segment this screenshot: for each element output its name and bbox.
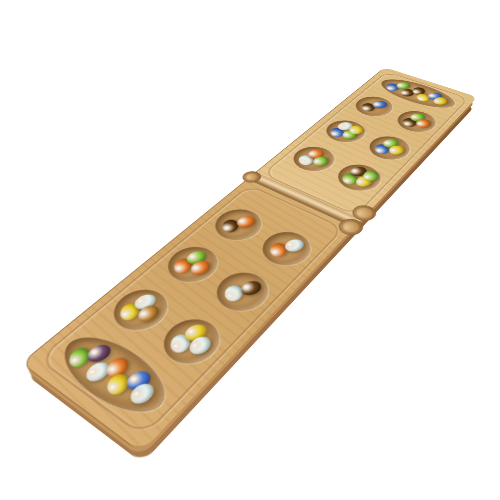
stone-clear [185,334,215,358]
stone-clear [126,381,158,409]
stone-clear [131,292,159,313]
stone-blue [123,368,154,394]
stone-orange [269,243,286,257]
stone-brown [237,279,264,299]
stone-green [66,348,91,367]
stone-orange [102,356,132,380]
stone-yellow [181,322,210,345]
pit-upper-2[interactable] [158,241,227,290]
pit-lower-2[interactable] [206,266,278,319]
stone-orange [234,214,258,230]
store-near [48,325,181,427]
board-top-face [20,67,476,452]
stone-clear [223,286,242,302]
pit-upper-1[interactable] [103,282,178,338]
stone-yellow [104,374,130,395]
pit-lower-3[interactable] [253,226,319,272]
stone-clear [169,335,191,353]
stone-amber [134,303,163,325]
stone-orange [172,259,192,274]
stone-purple [84,342,114,366]
stone-clear [81,359,113,385]
stone-clear [281,237,306,254]
pit-upper-3[interactable] [206,204,270,247]
stone-orange [187,259,213,278]
stone-yellow [118,304,141,321]
stone-green [183,249,209,267]
product-photo-canvas [0,0,500,500]
stone-brown [221,220,238,233]
mancala-board [20,67,476,452]
pit-lower-1[interactable] [152,311,230,372]
